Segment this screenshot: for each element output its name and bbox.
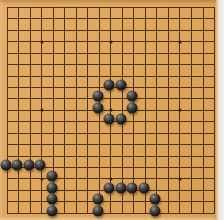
grid-line-vertical	[203, 7, 204, 214]
right-gutter	[218, 0, 224, 220]
black-stone[interactable]	[104, 182, 115, 193]
grid-line-horizontal	[7, 133, 216, 134]
star-point	[40, 177, 43, 180]
black-stone[interactable]	[115, 182, 126, 193]
black-stone[interactable]	[35, 160, 46, 171]
black-stone[interactable]	[46, 171, 57, 182]
black-stone[interactable]	[46, 182, 57, 193]
black-stone[interactable]	[150, 194, 161, 205]
black-stone[interactable]	[115, 80, 126, 91]
grid-line-horizontal	[7, 213, 216, 214]
black-stone[interactable]	[127, 182, 138, 193]
grid-line-horizontal	[7, 156, 216, 157]
black-stone[interactable]	[92, 205, 103, 216]
star-point	[40, 109, 43, 112]
black-stone[interactable]	[46, 205, 57, 216]
star-point	[109, 177, 112, 180]
star-point	[178, 109, 181, 112]
black-stone[interactable]	[46, 194, 57, 205]
black-stone[interactable]	[127, 91, 138, 102]
black-stone[interactable]	[92, 102, 103, 113]
star-point	[109, 40, 112, 43]
black-stone[interactable]	[92, 194, 103, 205]
grid-line-horizontal	[7, 144, 216, 145]
black-stone[interactable]	[127, 102, 138, 113]
black-stone[interactable]	[104, 80, 115, 91]
grid-line-vertical	[214, 7, 215, 214]
grid-line-vertical	[168, 7, 169, 214]
grid-line-horizontal	[7, 201, 216, 202]
star-point	[40, 40, 43, 43]
black-stone[interactable]	[150, 205, 161, 216]
grid-line-vertical	[191, 7, 192, 214]
black-stone[interactable]	[92, 91, 103, 102]
black-stone[interactable]	[0, 160, 11, 171]
black-stone[interactable]	[23, 160, 34, 171]
black-stone[interactable]	[104, 114, 115, 125]
black-stone[interactable]	[138, 182, 149, 193]
star-point	[178, 40, 181, 43]
go-board[interactable]	[0, 0, 218, 220]
star-point	[109, 109, 112, 112]
app-window	[0, 0, 224, 220]
black-stone[interactable]	[115, 114, 126, 125]
black-stone[interactable]	[12, 160, 23, 171]
star-point	[178, 177, 181, 180]
grid-line-vertical	[156, 7, 157, 214]
